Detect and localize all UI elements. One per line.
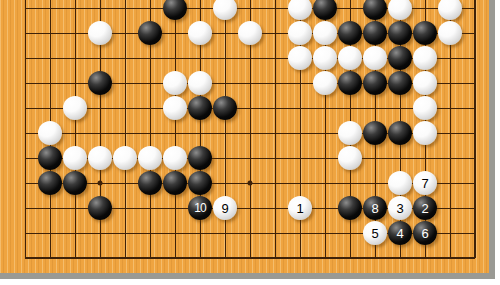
white-stone xyxy=(413,71,437,95)
stones-grid: 71091832546 xyxy=(13,0,488,271)
black-stone xyxy=(338,196,362,220)
white-stone xyxy=(113,146,137,170)
black-stone: 8 xyxy=(363,196,387,220)
move-number-label: 4 xyxy=(396,226,403,239)
white-stone xyxy=(163,71,187,95)
white-stone xyxy=(363,46,387,70)
move-number-label: 6 xyxy=(421,226,428,239)
black-stone xyxy=(138,21,162,45)
black-stone xyxy=(313,0,337,20)
white-stone: 9 xyxy=(213,196,237,220)
white-stone xyxy=(413,46,437,70)
move-number-label: 1 xyxy=(296,201,303,214)
white-stone xyxy=(438,0,462,20)
black-stone xyxy=(138,171,162,195)
black-stone: 6 xyxy=(413,221,437,245)
black-stone xyxy=(338,71,362,95)
white-stone: 1 xyxy=(288,196,312,220)
white-stone xyxy=(188,21,212,45)
black-stone xyxy=(363,0,387,20)
black-stone xyxy=(88,71,112,95)
black-stone xyxy=(88,196,112,220)
white-stone xyxy=(338,46,362,70)
white-stone xyxy=(313,71,337,95)
white-stone xyxy=(288,0,312,20)
move-number-label: 9 xyxy=(221,201,228,214)
black-stone xyxy=(388,71,412,95)
black-stone xyxy=(38,146,62,170)
white-stone xyxy=(413,121,437,145)
white-stone: 5 xyxy=(363,221,387,245)
white-stone xyxy=(338,121,362,145)
white-stone xyxy=(313,46,337,70)
black-stone xyxy=(163,0,187,20)
black-stone xyxy=(363,21,387,45)
white-stone xyxy=(388,171,412,195)
white-stone xyxy=(163,146,187,170)
white-stone xyxy=(63,96,87,120)
move-number-label: 10 xyxy=(194,202,205,214)
white-stone xyxy=(188,71,212,95)
black-stone xyxy=(413,21,437,45)
black-stone xyxy=(388,121,412,145)
white-stone xyxy=(138,146,162,170)
move-number-label: 3 xyxy=(396,201,403,214)
white-stone xyxy=(288,46,312,70)
black-stone xyxy=(338,21,362,45)
white-stone: 3 xyxy=(388,196,412,220)
white-stone: 7 xyxy=(413,171,437,195)
black-stone xyxy=(188,146,212,170)
black-stone xyxy=(188,171,212,195)
white-stone xyxy=(63,146,87,170)
black-stone xyxy=(188,96,212,120)
move-number-label: 2 xyxy=(421,201,428,214)
white-stone xyxy=(88,21,112,45)
white-stone xyxy=(313,21,337,45)
white-stone xyxy=(388,0,412,20)
white-stone xyxy=(213,0,237,20)
white-stone xyxy=(438,21,462,45)
black-stone xyxy=(163,171,187,195)
black-stone xyxy=(38,171,62,195)
move-number-label: 8 xyxy=(371,201,378,214)
go-diagram-screenshot: 71091832546 xyxy=(0,0,500,285)
black-stone xyxy=(363,71,387,95)
white-stone xyxy=(338,146,362,170)
white-stone xyxy=(88,146,112,170)
white-stone xyxy=(238,21,262,45)
black-stone: 2 xyxy=(413,196,437,220)
black-stone: 10 xyxy=(188,196,212,220)
black-stone xyxy=(213,96,237,120)
move-number-label: 7 xyxy=(421,176,428,189)
white-stone xyxy=(38,121,62,145)
move-number-label: 5 xyxy=(371,226,378,239)
board-frame-bottom xyxy=(0,273,495,279)
black-stone: 4 xyxy=(388,221,412,245)
white-stone xyxy=(163,96,187,120)
black-stone xyxy=(363,121,387,145)
white-stone xyxy=(413,96,437,120)
black-stone xyxy=(63,171,87,195)
board-frame-right xyxy=(489,0,495,279)
black-stone xyxy=(388,21,412,45)
black-stone xyxy=(388,46,412,70)
white-stone xyxy=(288,21,312,45)
